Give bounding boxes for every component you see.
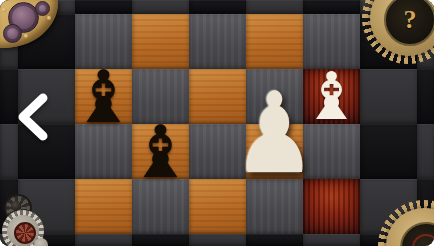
purple-gear-icon [35,1,50,16]
piece-black-bishop[interactable]: ♝ [75,69,132,124]
square-r2-c7[interactable] [360,69,417,124]
help-gear-button[interactable]: ? [362,0,434,64]
clockwork-ornament-top-left [0,0,62,54]
square-r0-c2[interactable] [75,0,132,14]
square-r0-c4[interactable] [189,0,246,14]
chevron-left-icon [14,92,52,142]
square-r3-c3[interactable]: ♝ [132,124,189,179]
square-r5-c3[interactable] [132,234,189,246]
square-r5-c4[interactable] [189,234,246,246]
back-button[interactable] [14,92,52,142]
small-gear-icon [34,238,48,246]
app-frame: ♝♝♝♟ ? ◀▶ [0,0,434,246]
square-r5-c2[interactable] [75,234,132,246]
square-r0-c6[interactable] [303,0,360,14]
rivet-icon [24,34,28,38]
square-r3-c7[interactable] [360,124,417,179]
nav-gear-button[interactable]: ◀▶ [378,200,434,246]
square-r0-c3[interactable] [132,0,189,14]
square-r1-c5[interactable] [246,14,303,69]
rivet-icon [47,16,51,20]
square-r3-c5[interactable]: ♟ [246,124,303,179]
help-core: ? [384,0,434,46]
piece-black-bishop[interactable]: ♝ [132,124,189,179]
square-r1-c4[interactable] [189,14,246,69]
purple-gear-icon [3,24,22,43]
playback-icon: ◀▶ [412,234,434,246]
square-r5-c5[interactable] [246,234,303,246]
square-r4-c2[interactable] [75,179,132,234]
square-r2-c8[interactable] [417,69,434,124]
piece-white-pawn[interactable]: ♟ [263,90,286,177]
square-r1-c3[interactable] [132,14,189,69]
rivet-icon [2,8,6,12]
gear-cluster-ornament-bottom-left [0,192,58,246]
square-r2-c2[interactable]: ♝ [75,69,132,124]
help-icon: ? [404,5,417,35]
square-r0-c5[interactable] [246,0,303,14]
red-gear-icon [14,222,36,244]
square-r5-c6[interactable] [303,234,360,246]
square-r3-c8[interactable] [417,124,434,179]
